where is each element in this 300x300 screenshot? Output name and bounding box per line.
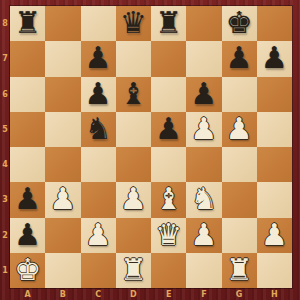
square-e3[interactable]: ♝ (151, 182, 186, 217)
piece-white-pawn[interactable]: ♟ (190, 217, 217, 252)
square-a7[interactable] (10, 41, 45, 76)
piece-white-pawn[interactable]: ♟ (226, 111, 253, 146)
piece-black-pawn[interactable]: ♟ (261, 40, 288, 75)
square-f2[interactable]: ♟ (186, 218, 221, 253)
square-e8[interactable]: ♜ (151, 6, 186, 41)
square-c6[interactable]: ♟ (81, 77, 116, 112)
square-g6[interactable] (222, 77, 257, 112)
square-c2[interactable]: ♟ (81, 218, 116, 253)
square-g5[interactable]: ♟ (222, 112, 257, 147)
square-c4[interactable] (81, 147, 116, 182)
square-g1[interactable]: ♜ (222, 253, 257, 288)
file-label-f: F (186, 288, 221, 300)
square-b1[interactable] (45, 253, 80, 288)
square-f6[interactable]: ♟ (186, 77, 221, 112)
piece-black-pawn[interactable]: ♟ (85, 76, 112, 111)
rank-label-1: 1 (0, 253, 10, 288)
square-f5[interactable]: ♟ (186, 112, 221, 147)
rank-label-6: 6 (0, 77, 10, 112)
square-h3[interactable] (257, 182, 292, 217)
square-h1[interactable] (257, 253, 292, 288)
square-a2[interactable]: ♟ (10, 218, 45, 253)
chess-board: ♜♛♜♚♟♟♟♟♝♟♞♟♟♟♟♟♟♝♞♟♟♛♟♟♚♜♜ (10, 6, 292, 288)
piece-white-pawn[interactable]: ♟ (85, 217, 112, 252)
piece-black-pawn[interactable]: ♟ (85, 40, 112, 75)
square-g8[interactable]: ♚ (222, 6, 257, 41)
square-d4[interactable] (116, 147, 151, 182)
square-d5[interactable] (116, 112, 151, 147)
square-h2[interactable]: ♟ (257, 218, 292, 253)
piece-white-pawn[interactable]: ♟ (190, 111, 217, 146)
square-f4[interactable] (186, 147, 221, 182)
file-label-h: H (257, 288, 292, 300)
square-h8[interactable] (257, 6, 292, 41)
square-d8[interactable]: ♛ (116, 6, 151, 41)
square-c5[interactable]: ♞ (81, 112, 116, 147)
square-a8[interactable]: ♜ (10, 6, 45, 41)
piece-white-pawn[interactable]: ♟ (120, 181, 147, 216)
piece-black-queen[interactable]: ♛ (120, 5, 147, 40)
square-b4[interactable] (45, 147, 80, 182)
square-f1[interactable] (186, 253, 221, 288)
piece-white-bishop[interactable]: ♝ (155, 181, 182, 216)
chess-board-frame: 87654321 ♜♛♜♚♟♟♟♟♝♟♞♟♟♟♟♟♟♝♞♟♟♛♟♟♚♜♜ ABC… (0, 0, 300, 300)
square-h4[interactable] (257, 147, 292, 182)
square-b5[interactable] (45, 112, 80, 147)
square-g3[interactable] (222, 182, 257, 217)
piece-white-queen[interactable]: ♛ (155, 217, 182, 252)
square-d2[interactable] (116, 218, 151, 253)
rank-label-7: 7 (0, 41, 10, 76)
square-d6[interactable]: ♝ (116, 77, 151, 112)
piece-white-pawn[interactable]: ♟ (49, 181, 76, 216)
piece-white-rook[interactable]: ♜ (120, 252, 147, 287)
square-f7[interactable] (186, 41, 221, 76)
rank-label-8: 8 (0, 6, 10, 41)
rank-label-4: 4 (0, 147, 10, 182)
square-g7[interactable]: ♟ (222, 41, 257, 76)
square-b8[interactable] (45, 6, 80, 41)
piece-black-pawn[interactable]: ♟ (155, 111, 182, 146)
square-g2[interactable] (222, 218, 257, 253)
square-b7[interactable] (45, 41, 80, 76)
square-h6[interactable] (257, 77, 292, 112)
piece-white-king[interactable]: ♚ (14, 252, 41, 287)
square-h5[interactable] (257, 112, 292, 147)
piece-black-pawn[interactable]: ♟ (14, 217, 41, 252)
rank-label-3: 3 (0, 182, 10, 217)
square-b6[interactable] (45, 77, 80, 112)
file-labels: ABCDEFGH (10, 288, 292, 300)
square-a1[interactable]: ♚ (10, 253, 45, 288)
piece-black-pawn[interactable]: ♟ (190, 76, 217, 111)
square-e4[interactable] (151, 147, 186, 182)
rank-labels: 87654321 (0, 6, 10, 288)
square-c8[interactable] (81, 6, 116, 41)
square-d7[interactable] (116, 41, 151, 76)
rank-label-5: 5 (0, 112, 10, 147)
square-c3[interactable] (81, 182, 116, 217)
file-label-g: G (222, 288, 257, 300)
square-d1[interactable]: ♜ (116, 253, 151, 288)
square-a3[interactable]: ♟ (10, 182, 45, 217)
square-e5[interactable]: ♟ (151, 112, 186, 147)
piece-white-knight[interactable]: ♞ (190, 181, 217, 216)
square-e2[interactable]: ♛ (151, 218, 186, 253)
rank-label-2: 2 (0, 218, 10, 253)
file-label-a: A (10, 288, 45, 300)
square-b2[interactable] (45, 218, 80, 253)
square-c7[interactable]: ♟ (81, 41, 116, 76)
square-a4[interactable] (10, 147, 45, 182)
piece-black-pawn[interactable]: ♟ (14, 181, 41, 216)
square-d3[interactable]: ♟ (116, 182, 151, 217)
piece-black-king[interactable]: ♚ (226, 5, 253, 40)
square-e1[interactable] (151, 253, 186, 288)
square-b3[interactable]: ♟ (45, 182, 80, 217)
piece-white-rook[interactable]: ♜ (226, 252, 253, 287)
piece-white-pawn[interactable]: ♟ (261, 217, 288, 252)
square-e7[interactable] (151, 41, 186, 76)
piece-black-knight[interactable]: ♞ (85, 111, 112, 146)
square-a5[interactable] (10, 112, 45, 147)
square-f3[interactable]: ♞ (186, 182, 221, 217)
file-label-e: E (151, 288, 186, 300)
piece-black-rook[interactable]: ♜ (14, 5, 41, 40)
square-c1[interactable] (81, 253, 116, 288)
piece-black-pawn[interactable]: ♟ (226, 40, 253, 75)
square-g4[interactable] (222, 147, 257, 182)
file-label-d: D (116, 288, 151, 300)
file-label-b: B (45, 288, 80, 300)
file-label-c: C (81, 288, 116, 300)
square-a6[interactable] (10, 77, 45, 112)
piece-black-rook[interactable]: ♜ (155, 5, 182, 40)
square-h7[interactable]: ♟ (257, 41, 292, 76)
piece-black-bishop[interactable]: ♝ (120, 76, 147, 111)
square-e6[interactable] (151, 77, 186, 112)
square-f8[interactable] (186, 6, 221, 41)
